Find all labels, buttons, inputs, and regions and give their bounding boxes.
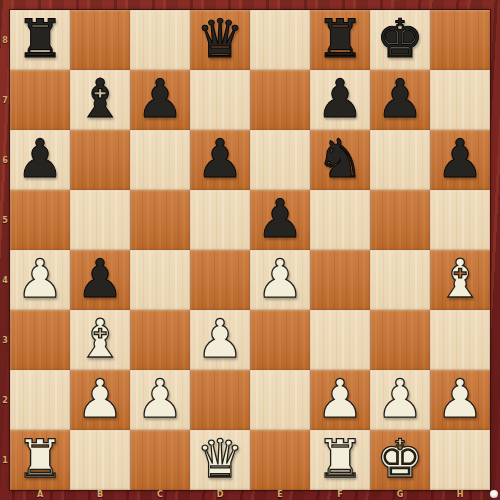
square-f2[interactable]: ♟ — [310, 370, 370, 430]
piece-black-bishop[interactable]: ♝ — [76, 72, 124, 125]
piece-black-pawn[interactable]: ♟ — [316, 72, 364, 125]
square-d3[interactable]: ♟ — [190, 310, 250, 370]
piece-black-pawn[interactable]: ♟ — [256, 192, 304, 245]
square-e5[interactable]: ♟ — [250, 190, 310, 250]
square-h8[interactable] — [430, 10, 490, 70]
square-c3[interactable] — [130, 310, 190, 370]
rank-label-6: 6 — [0, 130, 10, 190]
square-h7[interactable] — [430, 70, 490, 130]
square-d2[interactable] — [190, 370, 250, 430]
piece-white-bishop[interactable]: ♝ — [76, 312, 124, 365]
square-b8[interactable] — [70, 10, 130, 70]
square-d4[interactable] — [190, 250, 250, 310]
square-d6[interactable]: ♟ — [190, 130, 250, 190]
piece-black-king[interactable]: ♚ — [376, 12, 424, 65]
rank-label-1: 1 — [0, 430, 10, 490]
piece-black-pawn[interactable]: ♟ — [376, 72, 424, 125]
square-f1[interactable]: ♜ — [310, 430, 370, 490]
square-g6[interactable] — [370, 130, 430, 190]
piece-white-queen[interactable]: ♛ — [196, 432, 244, 485]
rank-label-8: 8 — [0, 10, 10, 70]
square-f6[interactable]: ♞ — [310, 130, 370, 190]
square-g3[interactable] — [370, 310, 430, 370]
square-b3[interactable]: ♝ — [70, 310, 130, 370]
piece-white-bishop[interactable]: ♝ — [436, 252, 484, 305]
piece-white-pawn[interactable]: ♟ — [316, 372, 364, 425]
square-h6[interactable]: ♟ — [430, 130, 490, 190]
square-e3[interactable] — [250, 310, 310, 370]
piece-black-pawn[interactable]: ♟ — [436, 132, 484, 185]
square-a1[interactable]: ♜ — [10, 430, 70, 490]
piece-black-pawn[interactable]: ♟ — [196, 132, 244, 185]
piece-white-rook[interactable]: ♜ — [316, 432, 364, 485]
piece-white-pawn[interactable]: ♟ — [136, 372, 184, 425]
piece-white-pawn[interactable]: ♟ — [196, 312, 244, 365]
square-c1[interactable] — [130, 430, 190, 490]
piece-white-pawn[interactable]: ♟ — [16, 252, 64, 305]
square-e8[interactable] — [250, 10, 310, 70]
square-c5[interactable] — [130, 190, 190, 250]
piece-white-pawn[interactable]: ♟ — [436, 372, 484, 425]
square-f8[interactable]: ♜ — [310, 10, 370, 70]
square-d8[interactable]: ♛ — [190, 10, 250, 70]
square-d1[interactable]: ♛ — [190, 430, 250, 490]
square-h5[interactable] — [430, 190, 490, 250]
piece-white-rook[interactable]: ♜ — [16, 432, 64, 485]
square-g2[interactable]: ♟ — [370, 370, 430, 430]
piece-black-pawn[interactable]: ♟ — [136, 72, 184, 125]
square-g7[interactable]: ♟ — [370, 70, 430, 130]
square-a2[interactable] — [10, 370, 70, 430]
square-b2[interactable]: ♟ — [70, 370, 130, 430]
piece-white-pawn[interactable]: ♟ — [76, 372, 124, 425]
square-a7[interactable] — [10, 70, 70, 130]
square-c2[interactable]: ♟ — [130, 370, 190, 430]
square-f3[interactable] — [310, 310, 370, 370]
white-to-move-indicator — [490, 490, 498, 498]
square-b4[interactable]: ♟ — [70, 250, 130, 310]
square-b6[interactable] — [70, 130, 130, 190]
rank-label-3: 3 — [0, 310, 10, 370]
file-label-b: B — [70, 489, 130, 500]
square-h1[interactable] — [430, 430, 490, 490]
square-b5[interactable] — [70, 190, 130, 250]
square-f4[interactable] — [310, 250, 370, 310]
piece-black-rook[interactable]: ♜ — [316, 12, 364, 65]
piece-black-pawn[interactable]: ♟ — [16, 132, 64, 185]
piece-white-pawn[interactable]: ♟ — [376, 372, 424, 425]
square-h3[interactable] — [430, 310, 490, 370]
piece-white-king[interactable]: ♚ — [376, 432, 424, 485]
square-d5[interactable] — [190, 190, 250, 250]
piece-black-knight[interactable]: ♞ — [316, 132, 364, 185]
square-b1[interactable] — [70, 430, 130, 490]
chess-board: ♜♛♜♚♝♟♟♟♟♟♞♟♟♟♟♟♝♝♟♟♟♟♟♟♜♛♜♚ — [10, 10, 490, 490]
file-label-h: H — [430, 489, 490, 500]
file-label-d: D — [190, 489, 250, 500]
rank-label-7: 7 — [0, 70, 10, 130]
square-e2[interactable] — [250, 370, 310, 430]
square-b7[interactable]: ♝ — [70, 70, 130, 130]
square-a8[interactable]: ♜ — [10, 10, 70, 70]
piece-black-pawn[interactable]: ♟ — [76, 252, 124, 305]
rank-label-5: 5 — [0, 190, 10, 250]
square-a5[interactable] — [10, 190, 70, 250]
rank-label-4: 4 — [0, 250, 10, 310]
square-d7[interactable] — [190, 70, 250, 130]
file-label-c: C — [130, 489, 190, 500]
square-c6[interactable] — [130, 130, 190, 190]
square-e6[interactable] — [250, 130, 310, 190]
square-g5[interactable] — [370, 190, 430, 250]
square-c8[interactable] — [130, 10, 190, 70]
square-a4[interactable]: ♟ — [10, 250, 70, 310]
square-c4[interactable] — [130, 250, 190, 310]
square-a3[interactable] — [10, 310, 70, 370]
square-h2[interactable]: ♟ — [430, 370, 490, 430]
rank-label-2: 2 — [0, 370, 10, 430]
square-f7[interactable]: ♟ — [310, 70, 370, 130]
piece-black-queen[interactable]: ♛ — [196, 12, 244, 65]
piece-white-pawn[interactable]: ♟ — [256, 252, 304, 305]
square-e7[interactable] — [250, 70, 310, 130]
chess-board-frame: ♜♛♜♚♝♟♟♟♟♟♞♟♟♟♟♟♝♝♟♟♟♟♟♟♜♛♜♚ 87654321 AB… — [0, 0, 500, 500]
square-h4[interactable]: ♝ — [430, 250, 490, 310]
square-g8[interactable]: ♚ — [370, 10, 430, 70]
file-label-e: E — [250, 489, 310, 500]
file-label-a: A — [10, 489, 70, 500]
file-label-f: F — [310, 489, 370, 500]
square-a6[interactable]: ♟ — [10, 130, 70, 190]
square-c7[interactable]: ♟ — [130, 70, 190, 130]
file-label-g: G — [370, 489, 430, 500]
square-g1[interactable]: ♚ — [370, 430, 430, 490]
square-e4[interactable]: ♟ — [250, 250, 310, 310]
square-f5[interactable] — [310, 190, 370, 250]
piece-black-rook[interactable]: ♜ — [16, 12, 64, 65]
square-g4[interactable] — [370, 250, 430, 310]
square-e1[interactable] — [250, 430, 310, 490]
